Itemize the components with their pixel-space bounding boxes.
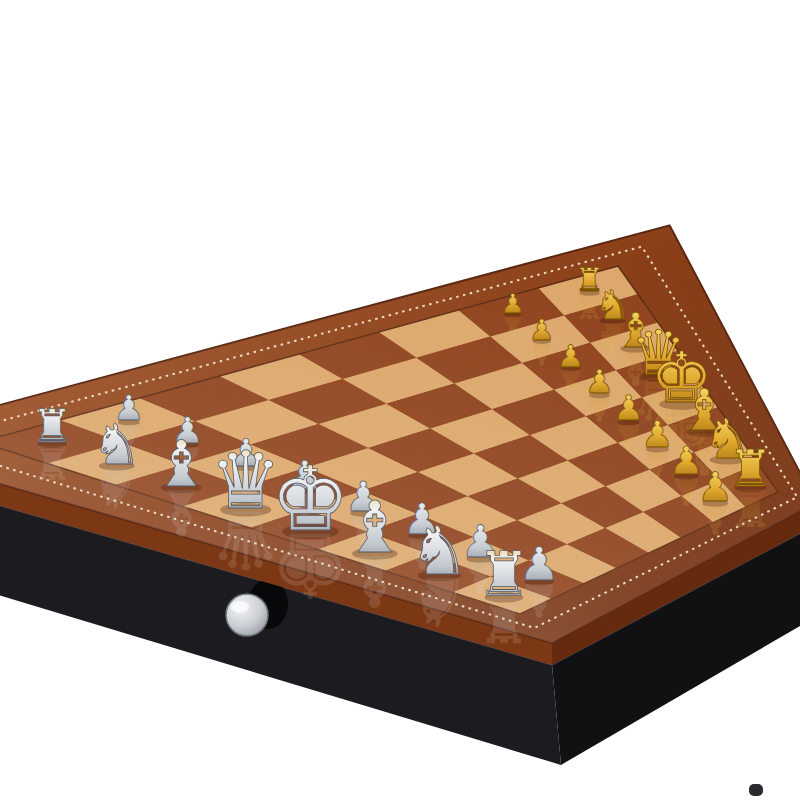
piece-silver-n-b1[interactable]: ♞ xyxy=(92,412,142,477)
piece-silver-r-h1[interactable]: ♜ xyxy=(477,539,532,609)
piece-gold-r-h8[interactable]: ♜ xyxy=(728,439,773,498)
drawer-knob[interactable] xyxy=(226,594,268,636)
piece-gold-p-a7[interactable]: ♟ xyxy=(501,288,525,319)
piece-silver-k-e1[interactable]: ♚ xyxy=(270,447,350,551)
piece-gold-p-h7[interactable]: ♟ xyxy=(697,463,733,511)
knob-highlight xyxy=(231,601,249,613)
chess-board-scene: ♜♜♟♟♞♞♟♟♝♝♟♟♛♛♟♟♚♚♟♟♟♟♝♝♜♜♟♟♟♟♞♞♞♞♟♟♟♟♜♜… xyxy=(0,0,800,800)
piece-gold-p-b7[interactable]: ♟ xyxy=(529,313,555,347)
piece-silver-n-g1[interactable]: ♞ xyxy=(409,511,469,590)
piece-silver-r-a1[interactable]: ♜ xyxy=(31,399,73,453)
piece-silver-b-f1[interactable]: ♝ xyxy=(343,486,407,569)
piece-silver-b-c1[interactable]: ♝ xyxy=(153,427,210,501)
photo-artifact-dot xyxy=(749,784,763,796)
piece-gold-p-d7[interactable]: ♟ xyxy=(585,363,614,401)
piece-gold-p-e7[interactable]: ♟ xyxy=(613,388,644,428)
piece-gold-p-c7[interactable]: ♟ xyxy=(557,338,585,374)
chess-set-photo: ♜♜♟♟♞♞♟♟♝♝♟♟♛♛♟♟♚♚♟♟♟♟♝♝♜♜♟♟♟♟♞♞♞♞♟♟♟♟♜♜… xyxy=(0,0,800,800)
